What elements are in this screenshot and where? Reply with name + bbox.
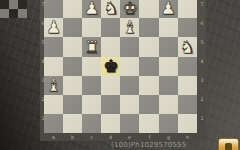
rank-label-right-6: 6 <box>198 20 204 25</box>
square-g4[interactable] <box>159 57 178 76</box>
square-e2[interactable] <box>120 95 139 114</box>
file-label-h: h <box>180 134 195 139</box>
square-g7[interactable]: ♟ <box>159 0 178 18</box>
square-g3[interactable] <box>159 76 178 95</box>
square-b5[interactable] <box>63 37 82 56</box>
square-a7[interactable] <box>44 0 63 18</box>
square-f7[interactable] <box>139 0 158 18</box>
square-a2[interactable] <box>44 95 63 114</box>
square-b3[interactable] <box>63 76 82 95</box>
square-c4[interactable] <box>82 57 101 76</box>
file-label-a: a <box>46 134 61 139</box>
square-a1[interactable] <box>44 114 63 133</box>
rank-label-right-7: 7 <box>198 1 204 6</box>
white-knight[interactable]: ♞ <box>101 0 120 18</box>
square-b4[interactable] <box>63 57 82 76</box>
rank-label-right-5: 5 <box>198 40 204 45</box>
square-f5[interactable] <box>139 37 158 56</box>
square-h2[interactable] <box>178 95 197 114</box>
rank-label-left-1: 1 <box>40 116 46 121</box>
square-f1[interactable] <box>139 114 158 133</box>
square-h5[interactable]: ♞ <box>178 37 197 56</box>
white-king[interactable]: ♚ <box>120 0 139 18</box>
square-h1[interactable] <box>178 114 197 133</box>
file-label-e: e <box>122 134 137 139</box>
file-label-f: f <box>141 134 156 139</box>
rank-label-right-2: 2 <box>198 97 204 102</box>
file-label-g: g <box>161 134 176 139</box>
square-e5[interactable] <box>120 37 139 56</box>
square-d7[interactable]: ♞ <box>101 0 120 18</box>
square-h4[interactable] <box>178 57 197 76</box>
rank-label-left-6: 6 <box>40 20 46 25</box>
brand-badge-icon[interactable] <box>218 138 239 150</box>
square-e4[interactable] <box>120 57 139 76</box>
rank-label-right-4: 4 <box>198 59 204 64</box>
square-g1[interactable] <box>159 114 178 133</box>
white-bishop[interactable]: ♝ <box>44 76 63 95</box>
square-d1[interactable] <box>101 114 120 133</box>
white-knight[interactable]: ♞ <box>178 37 197 56</box>
square-d3[interactable] <box>101 76 120 95</box>
square-c1[interactable] <box>82 114 101 133</box>
square-d5[interactable] <box>101 37 120 56</box>
rank-label-left-2: 2 <box>40 97 46 102</box>
square-f3[interactable] <box>139 76 158 95</box>
square-d2[interactable] <box>101 95 120 114</box>
square-f4[interactable] <box>139 57 158 76</box>
rank-label-right-3: 3 <box>198 78 204 83</box>
square-c5[interactable]: ♜ <box>82 37 101 56</box>
white-bishop[interactable]: ♝ <box>120 18 139 37</box>
square-e3[interactable] <box>120 76 139 95</box>
background-mini-checkerboard <box>0 0 27 18</box>
rank-label-left-7: 7 <box>40 1 46 6</box>
square-d6[interactable] <box>101 18 120 37</box>
square-a5[interactable] <box>44 37 63 56</box>
square-c7[interactable]: ♟ <box>82 0 101 18</box>
square-f2[interactable] <box>139 95 158 114</box>
square-g5[interactable] <box>159 37 178 56</box>
white-pawn[interactable]: ♟ <box>82 0 101 18</box>
square-c6[interactable] <box>82 18 101 37</box>
square-b1[interactable] <box>63 114 82 133</box>
board-squares: ♟♞♚♟♟♝♜♞♚♝ <box>44 0 197 133</box>
chess-board-frame: ♟♞♚♟♟♝♜♞♚♝ 77665544332211abcdefgh <box>40 0 206 141</box>
square-a4[interactable] <box>44 57 63 76</box>
rank-label-right-1: 1 <box>198 116 204 121</box>
square-a3[interactable]: ♝ <box>44 76 63 95</box>
square-g2[interactable] <box>159 95 178 114</box>
square-e1[interactable] <box>120 114 139 133</box>
white-pawn[interactable]: ♟ <box>159 0 178 18</box>
black-king[interactable]: ♚ <box>101 57 120 76</box>
file-label-d: d <box>103 134 118 139</box>
file-label-c: c <box>84 134 99 139</box>
square-g6[interactable] <box>159 18 178 37</box>
square-h6[interactable] <box>178 18 197 37</box>
rank-label-left-4: 4 <box>40 59 46 64</box>
white-rook[interactable]: ♜ <box>82 37 101 56</box>
white-pawn[interactable]: ♟ <box>44 18 63 37</box>
square-b2[interactable] <box>63 95 82 114</box>
square-a6[interactable]: ♟ <box>44 18 63 37</box>
square-b6[interactable] <box>63 18 82 37</box>
square-h7[interactable] <box>178 0 197 18</box>
square-c3[interactable] <box>82 76 101 95</box>
square-h3[interactable] <box>178 76 197 95</box>
square-d4[interactable]: ♚ <box>101 57 120 76</box>
square-b7[interactable] <box>63 0 82 18</box>
rank-label-left-5: 5 <box>40 40 46 45</box>
file-label-b: b <box>65 134 80 139</box>
square-f6[interactable] <box>139 18 158 37</box>
square-c2[interactable] <box>82 95 101 114</box>
watermark-text: (100)Ph1029570555 <box>111 141 186 149</box>
screenshot-stage: ♟♞♚♟♟♝♜♞♚♝ 77665544332211abcdefgh (100)P… <box>0 0 240 150</box>
rank-label-left-3: 3 <box>40 78 46 83</box>
square-e7[interactable]: ♚ <box>120 0 139 18</box>
square-e6[interactable]: ♝ <box>120 18 139 37</box>
